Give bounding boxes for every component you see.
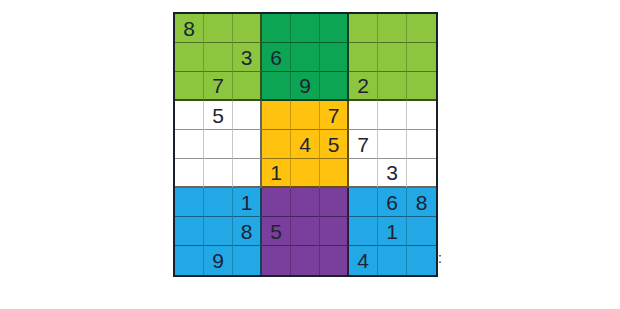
cell-r7c5[interactable] <box>291 188 320 217</box>
cell-r4c4[interactable] <box>262 101 291 130</box>
cell-r3c1[interactable] <box>175 72 204 101</box>
cell-r3c6[interactable] <box>320 72 349 101</box>
cell-r6c2[interactable] <box>204 159 233 188</box>
cell-r7c6[interactable] <box>320 188 349 217</box>
cell-r4c7[interactable] <box>349 101 378 130</box>
cell-r9c5[interactable] <box>291 246 320 275</box>
cell-r1c9[interactable] <box>407 14 436 43</box>
cell-r8c2[interactable] <box>204 217 233 246</box>
cell-r5c7[interactable]: 7 <box>349 130 378 159</box>
cell-r5c4[interactable] <box>262 130 291 159</box>
cell-r7c2[interactable] <box>204 188 233 217</box>
cell-r1c3[interactable] <box>233 14 262 43</box>
cell-r9c9[interactable] <box>407 246 436 275</box>
cell-r7c1[interactable] <box>175 188 204 217</box>
cell-r7c9[interactable]: 8 <box>407 188 436 217</box>
cell-r6c5[interactable] <box>291 159 320 188</box>
cell-r3c3[interactable] <box>233 72 262 101</box>
cell-r2c4[interactable]: 6 <box>262 43 291 72</box>
cell-r9c7[interactable]: 4 <box>349 246 378 275</box>
cell-r5c2[interactable] <box>204 130 233 159</box>
cell-r9c6[interactable] <box>320 246 349 275</box>
cell-r2c3[interactable]: 3 <box>233 43 262 72</box>
cell-r5c3[interactable] <box>233 130 262 159</box>
cell-r3c8[interactable] <box>378 72 407 101</box>
cell-r8c1[interactable] <box>175 217 204 246</box>
cell-r5c6[interactable]: 5 <box>320 130 349 159</box>
cell-r2c6[interactable] <box>320 43 349 72</box>
cell-r6c4[interactable]: 1 <box>262 159 291 188</box>
cell-r6c8[interactable]: 3 <box>378 159 407 188</box>
cell-r4c9[interactable] <box>407 101 436 130</box>
cell-r7c7[interactable] <box>349 188 378 217</box>
cell-r9c2[interactable]: 9 <box>204 246 233 275</box>
cell-r9c4[interactable] <box>262 246 291 275</box>
cell-r1c5[interactable] <box>291 14 320 43</box>
cell-r2c2[interactable] <box>204 43 233 72</box>
cell-r8c8[interactable]: 1 <box>378 217 407 246</box>
cell-r3c9[interactable] <box>407 72 436 101</box>
cell-r4c5[interactable] <box>291 101 320 130</box>
cell-r2c7[interactable] <box>349 43 378 72</box>
cell-r1c8[interactable] <box>378 14 407 43</box>
sudoku-board: 836792574571316885194 <box>173 12 438 277</box>
cell-r8c6[interactable] <box>320 217 349 246</box>
cell-r1c7[interactable] <box>349 14 378 43</box>
cell-r2c1[interactable] <box>175 43 204 72</box>
cell-r4c3[interactable] <box>233 101 262 130</box>
cell-r1c6[interactable] <box>320 14 349 43</box>
cell-r1c1[interactable]: 8 <box>175 14 204 43</box>
cell-r6c1[interactable] <box>175 159 204 188</box>
cell-r8c4[interactable]: 5 <box>262 217 291 246</box>
cell-r2c8[interactable] <box>378 43 407 72</box>
cell-r6c3[interactable] <box>233 159 262 188</box>
cell-r6c7[interactable] <box>349 159 378 188</box>
cell-r1c4[interactable] <box>262 14 291 43</box>
cell-r4c2[interactable]: 5 <box>204 101 233 130</box>
cell-r4c1[interactable] <box>175 101 204 130</box>
cell-r8c5[interactable] <box>291 217 320 246</box>
cell-r7c4[interactable] <box>262 188 291 217</box>
cell-r7c3[interactable]: 1 <box>233 188 262 217</box>
cell-r9c1[interactable] <box>175 246 204 275</box>
cell-r3c7[interactable]: 2 <box>349 72 378 101</box>
cell-r2c9[interactable] <box>407 43 436 72</box>
stray-text: : <box>438 250 442 266</box>
cell-r6c9[interactable] <box>407 159 436 188</box>
cell-r3c2[interactable]: 7 <box>204 72 233 101</box>
cell-r5c5[interactable]: 4 <box>291 130 320 159</box>
cell-r3c5[interactable]: 9 <box>291 72 320 101</box>
cell-r5c9[interactable] <box>407 130 436 159</box>
cell-r9c3[interactable] <box>233 246 262 275</box>
cell-r7c8[interactable]: 6 <box>378 188 407 217</box>
cell-r5c8[interactable] <box>378 130 407 159</box>
cell-r4c8[interactable] <box>378 101 407 130</box>
cell-r1c2[interactable] <box>204 14 233 43</box>
cell-r8c3[interactable]: 8 <box>233 217 262 246</box>
cell-r6c6[interactable] <box>320 159 349 188</box>
cell-r5c1[interactable] <box>175 130 204 159</box>
cell-r9c8[interactable] <box>378 246 407 275</box>
cell-r8c7[interactable] <box>349 217 378 246</box>
cell-r4c6[interactable]: 7 <box>320 101 349 130</box>
cell-r8c9[interactable] <box>407 217 436 246</box>
cell-r2c5[interactable] <box>291 43 320 72</box>
cell-r3c4[interactable] <box>262 72 291 101</box>
